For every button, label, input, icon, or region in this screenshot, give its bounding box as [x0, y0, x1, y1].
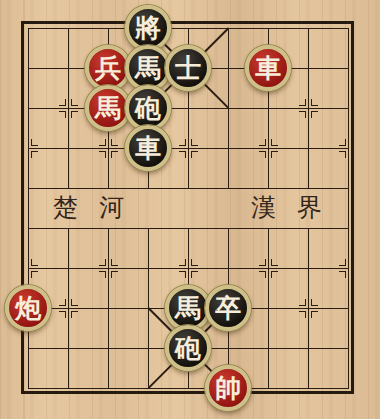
board-cell: [228, 228, 268, 268]
board-cell: [228, 108, 268, 148]
board-cell: [108, 268, 148, 308]
board-cell: [308, 348, 348, 388]
piece-red-chariot[interactable]: 車: [245, 45, 291, 91]
piece-black-cannon-2[interactable]: 砲: [165, 325, 211, 371]
xiangqi-board: 楚河 漢界 將兵馬士車馬砲車炮馬卒砲帥: [0, 0, 380, 419]
board-cell: [308, 228, 348, 268]
board-cell: [68, 268, 108, 308]
board-cell: [28, 68, 68, 108]
board-cell: [308, 28, 348, 68]
piece-red-general[interactable]: 帥: [205, 365, 251, 411]
board-cell: [68, 148, 108, 188]
board-cell: [308, 308, 348, 348]
board-cell: [268, 108, 308, 148]
board-cell: [108, 348, 148, 388]
board-cell: [188, 148, 228, 188]
river-label-chu-river: 楚河: [53, 195, 145, 221]
board-cell: [308, 108, 348, 148]
board-cell: [268, 228, 308, 268]
board-cell: [268, 148, 308, 188]
board-cell: [268, 308, 308, 348]
board-cell: [28, 108, 68, 148]
board-cell: [108, 308, 148, 348]
board-cell: [28, 28, 68, 68]
piece-red-cannon[interactable]: 炮: [5, 285, 51, 331]
board-cell: [308, 148, 348, 188]
board-cell: [108, 228, 148, 268]
board-cell: [268, 348, 308, 388]
board-cell: [268, 268, 308, 308]
piece-black-chariot[interactable]: 車: [125, 125, 171, 171]
board-cell: [188, 228, 228, 268]
board-cell: [68, 308, 108, 348]
board-cell: [148, 188, 188, 228]
board-cell: [308, 68, 348, 108]
board-cell: [148, 228, 188, 268]
board-cell: [28, 348, 68, 388]
board-cell: [188, 188, 228, 228]
piece-black-advisor[interactable]: 士: [165, 45, 211, 91]
board-cell: [28, 228, 68, 268]
board-cell: [28, 148, 68, 188]
piece-black-soldier[interactable]: 卒: [205, 285, 251, 331]
board-cell: [308, 268, 348, 308]
board-cell: [228, 148, 268, 188]
board-cell: [68, 348, 108, 388]
board-cell: [68, 228, 108, 268]
river-label-han-border: 漢界: [251, 195, 343, 221]
board-cell: [188, 108, 228, 148]
